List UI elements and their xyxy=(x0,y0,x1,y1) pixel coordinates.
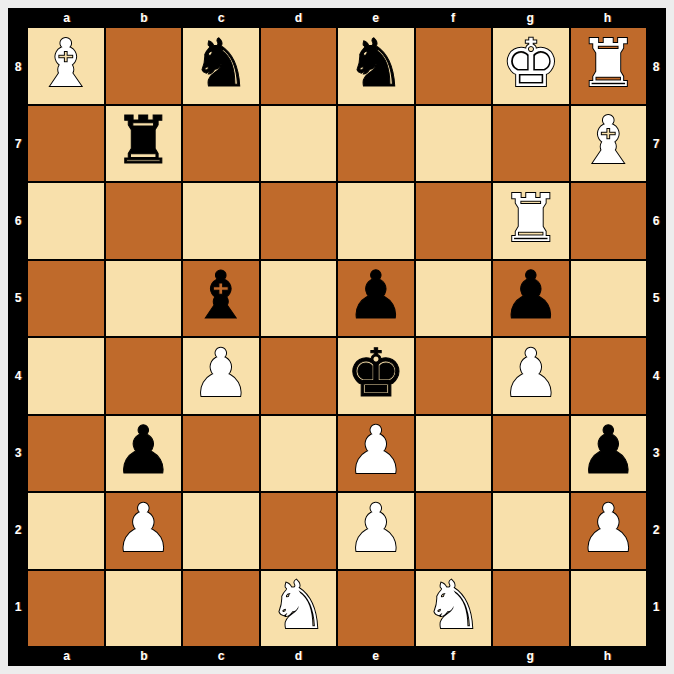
white-knight[interactable]: ♞ xyxy=(269,573,328,639)
square-c1[interactable] xyxy=(183,571,259,647)
square-f1[interactable]: ♞ xyxy=(416,571,492,647)
square-a3[interactable] xyxy=(28,416,104,492)
square-c4[interactable]: ♟ xyxy=(183,338,259,414)
file-label: b xyxy=(105,646,182,666)
white-pawn[interactable]: ♟ xyxy=(114,496,173,562)
file-label: d xyxy=(260,8,337,28)
white-pawn[interactable]: ♟ xyxy=(346,496,405,562)
file-label: b xyxy=(105,8,182,28)
rank-labels-right: 87654321 xyxy=(646,28,666,646)
square-d4[interactable] xyxy=(261,338,337,414)
black-rook[interactable]: ♜ xyxy=(114,108,173,174)
square-a2[interactable] xyxy=(28,493,104,569)
square-f8[interactable] xyxy=(416,28,492,104)
white-knight[interactable]: ♞ xyxy=(424,573,483,639)
square-g7[interactable] xyxy=(493,106,569,182)
square-d8[interactable] xyxy=(261,28,337,104)
black-knight[interactable]: ♞ xyxy=(346,31,405,97)
rank-label: 5 xyxy=(646,260,666,337)
square-e6[interactable] xyxy=(338,183,414,259)
square-a8[interactable]: ♝ xyxy=(28,28,104,104)
square-b8[interactable] xyxy=(106,28,182,104)
white-bishop[interactable]: ♝ xyxy=(579,108,638,174)
file-label: a xyxy=(28,646,105,666)
white-rook[interactable]: ♜ xyxy=(579,31,638,97)
square-d5[interactable] xyxy=(261,261,337,337)
square-d6[interactable] xyxy=(261,183,337,259)
square-g3[interactable] xyxy=(493,416,569,492)
square-g1[interactable] xyxy=(493,571,569,647)
square-d2[interactable] xyxy=(261,493,337,569)
square-f7[interactable] xyxy=(416,106,492,182)
file-labels-bottom: abcdefgh xyxy=(28,646,646,666)
square-b2[interactable]: ♟ xyxy=(106,493,182,569)
white-bishop[interactable]: ♝ xyxy=(36,31,95,97)
file-label: d xyxy=(260,646,337,666)
square-c7[interactable] xyxy=(183,106,259,182)
square-h4[interactable] xyxy=(571,338,647,414)
square-f5[interactable] xyxy=(416,261,492,337)
white-pawn[interactable]: ♟ xyxy=(191,341,250,407)
square-b3[interactable]: ♟ xyxy=(106,416,182,492)
rank-label: 2 xyxy=(646,492,666,569)
rank-label: 7 xyxy=(8,105,28,182)
square-d7[interactable] xyxy=(261,106,337,182)
square-a6[interactable] xyxy=(28,183,104,259)
rank-label: 2 xyxy=(8,492,28,569)
square-e7[interactable] xyxy=(338,106,414,182)
rank-label: 4 xyxy=(8,337,28,414)
square-b4[interactable] xyxy=(106,338,182,414)
black-knight[interactable]: ♞ xyxy=(191,31,250,97)
black-pawn[interactable]: ♟ xyxy=(114,418,173,484)
square-c5[interactable]: ♝ xyxy=(183,261,259,337)
square-g4[interactable]: ♟ xyxy=(493,338,569,414)
rank-label: 8 xyxy=(646,28,666,105)
white-pawn[interactable]: ♟ xyxy=(579,496,638,562)
white-king[interactable]: ♚ xyxy=(501,31,560,97)
white-pawn[interactable]: ♟ xyxy=(501,341,560,407)
square-g2[interactable] xyxy=(493,493,569,569)
rank-label: 1 xyxy=(646,569,666,646)
square-e5[interactable]: ♟ xyxy=(338,261,414,337)
square-h1[interactable] xyxy=(571,571,647,647)
square-b1[interactable] xyxy=(106,571,182,647)
square-b7[interactable]: ♜ xyxy=(106,106,182,182)
square-b5[interactable] xyxy=(106,261,182,337)
file-label: e xyxy=(337,646,414,666)
square-e3[interactable]: ♟ xyxy=(338,416,414,492)
square-g6[interactable]: ♜ xyxy=(493,183,569,259)
square-h3[interactable]: ♟ xyxy=(571,416,647,492)
rank-label: 3 xyxy=(646,414,666,491)
square-f2[interactable] xyxy=(416,493,492,569)
square-a5[interactable] xyxy=(28,261,104,337)
square-a1[interactable] xyxy=(28,571,104,647)
square-b6[interactable] xyxy=(106,183,182,259)
rank-label: 1 xyxy=(8,569,28,646)
rank-labels-left: 87654321 xyxy=(8,28,28,646)
square-e2[interactable]: ♟ xyxy=(338,493,414,569)
file-label: f xyxy=(414,8,491,28)
black-pawn[interactable]: ♟ xyxy=(579,418,638,484)
black-pawn[interactable]: ♟ xyxy=(501,263,560,329)
square-e4[interactable]: ♚ xyxy=(338,338,414,414)
square-f6[interactable] xyxy=(416,183,492,259)
square-e1[interactable] xyxy=(338,571,414,647)
square-f3[interactable] xyxy=(416,416,492,492)
square-c2[interactable] xyxy=(183,493,259,569)
black-pawn[interactable]: ♟ xyxy=(346,263,405,329)
square-f4[interactable] xyxy=(416,338,492,414)
rank-label: 5 xyxy=(8,260,28,337)
file-label: f xyxy=(414,646,491,666)
black-king[interactable]: ♚ xyxy=(346,341,405,407)
square-c3[interactable] xyxy=(183,416,259,492)
square-g8[interactable]: ♚ xyxy=(493,28,569,104)
board-frame: abcdefgh 87654321 ♝♞♞♚♜♜♝♜♝♟♟♟♚♟♟♟♟♟♟♟♞♞… xyxy=(8,8,666,666)
rank-label: 7 xyxy=(646,105,666,182)
square-c6[interactable] xyxy=(183,183,259,259)
square-h5[interactable] xyxy=(571,261,647,337)
square-h8[interactable]: ♜ xyxy=(571,28,647,104)
file-label: g xyxy=(492,646,569,666)
file-label: h xyxy=(569,646,646,666)
square-d1[interactable]: ♞ xyxy=(261,571,337,647)
rank-label: 3 xyxy=(8,414,28,491)
square-e8[interactable]: ♞ xyxy=(338,28,414,104)
square-a4[interactable] xyxy=(28,338,104,414)
rank-label: 6 xyxy=(646,183,666,260)
black-bishop[interactable]: ♝ xyxy=(191,263,250,329)
square-c8[interactable]: ♞ xyxy=(183,28,259,104)
white-pawn[interactable]: ♟ xyxy=(346,418,405,484)
rank-label: 4 xyxy=(646,337,666,414)
white-rook[interactable]: ♜ xyxy=(501,186,560,252)
square-h6[interactable] xyxy=(571,183,647,259)
square-a7[interactable] xyxy=(28,106,104,182)
square-d3[interactable] xyxy=(261,416,337,492)
file-label: c xyxy=(183,646,260,666)
square-h7[interactable]: ♝ xyxy=(571,106,647,182)
square-h2[interactable]: ♟ xyxy=(571,493,647,569)
chess-board: ♝♞♞♚♜♜♝♜♝♟♟♟♚♟♟♟♟♟♟♟♞♞ xyxy=(28,28,646,646)
rank-label: 8 xyxy=(8,28,28,105)
square-g5[interactable]: ♟ xyxy=(493,261,569,337)
rank-label: 6 xyxy=(8,183,28,260)
